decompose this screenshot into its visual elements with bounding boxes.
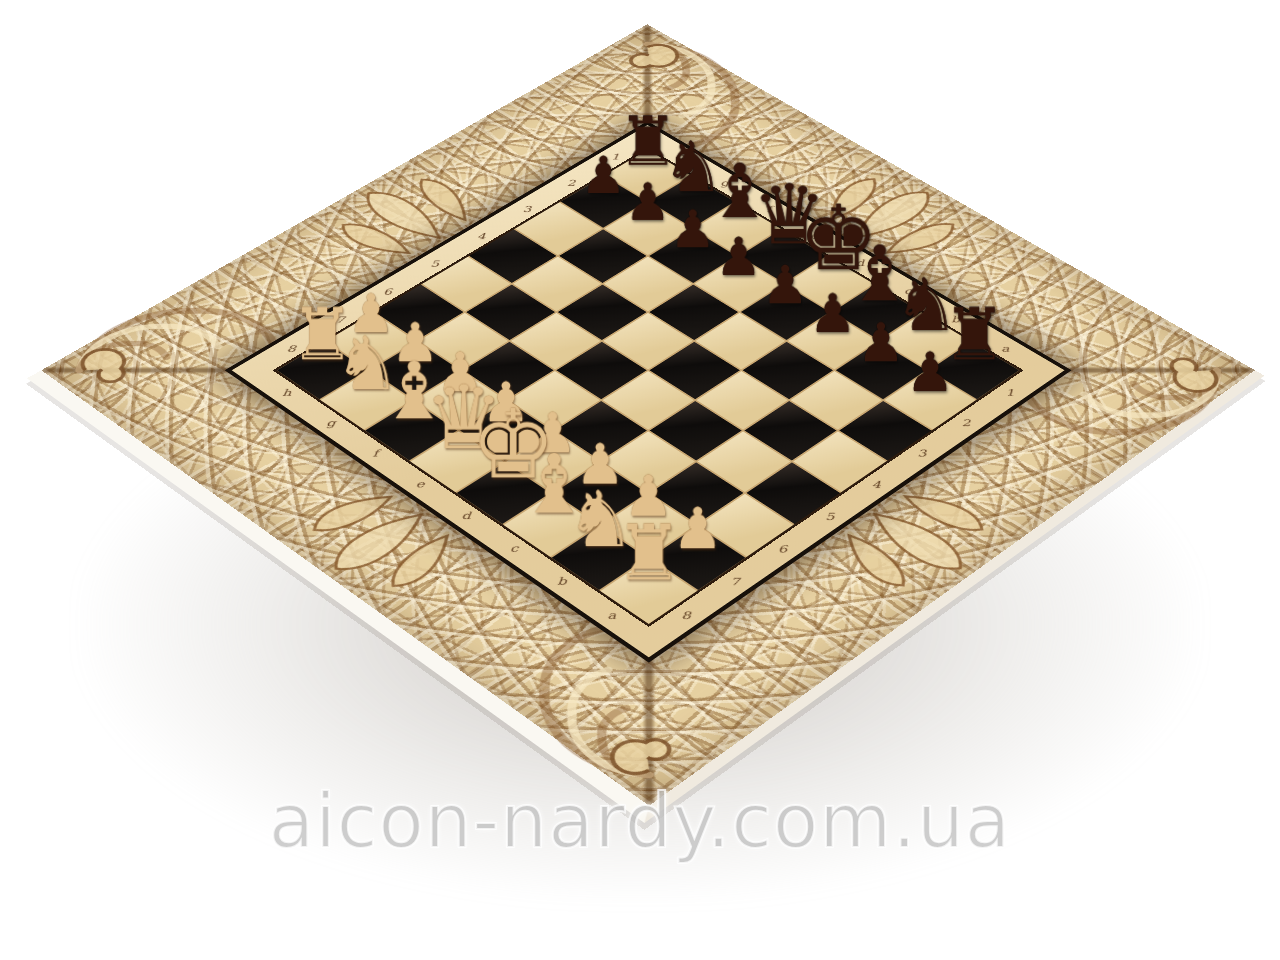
watermark-text: aicon-nardy.com.ua — [0, 778, 1280, 864]
coordinate-label: g — [326, 418, 336, 428]
coordinate-label: 7 — [335, 315, 345, 325]
coordinate-label: e — [809, 231, 817, 240]
coordinate-label: f — [372, 448, 378, 459]
coordinate-label: 1 — [611, 152, 619, 161]
carved-spiral-icon — [442, 524, 856, 810]
coordinate-label: 6 — [383, 286, 392, 296]
coordinate-label: c — [903, 286, 911, 296]
coordinate-label: 8 — [681, 609, 691, 621]
coordinate-label: 4 — [477, 231, 486, 240]
square-f6 — [463, 342, 553, 399]
coordinate-label: 3 — [916, 448, 926, 459]
coordinate-label: a — [1000, 343, 1009, 353]
coordinate-label: h — [676, 152, 685, 161]
coordinate-label: 8 — [286, 343, 296, 353]
coordinate-label: 2 — [567, 178, 576, 187]
square-c2: ♟ — [788, 313, 878, 369]
coordinate-label: g — [721, 179, 730, 188]
square-e6 — [509, 371, 600, 429]
coordinate-label: 5 — [825, 511, 835, 522]
coordinate-label: b — [557, 576, 567, 587]
coordinate-label: d — [462, 510, 472, 521]
coordinate-label: e — [415, 478, 424, 489]
square-b6 — [650, 462, 744, 524]
coordinate-label: b — [951, 314, 961, 324]
page-root: hgfedcba hgfedcba 12345678 12345678 ♜♞♝♛… — [0, 0, 1280, 960]
square-b3 — [791, 371, 882, 429]
piece-wP: ♟ — [474, 376, 539, 431]
coordinate-label: 3 — [522, 204, 531, 213]
carved-frame: hgfedcba hgfedcba 12345678 12345678 ♜♞♝♛… — [41, 24, 1255, 805]
square-c4 — [697, 371, 788, 429]
coordinate-label: f — [766, 204, 771, 213]
coordinate-label: d — [856, 258, 865, 268]
coordinate-label: 6 — [778, 543, 788, 554]
coordinate-label: c — [510, 543, 519, 554]
square-b2: ♟ — [836, 342, 926, 399]
coordinate-label: 5 — [430, 259, 439, 269]
coordinate-label: 4 — [871, 479, 881, 490]
chess-board: hgfedcba hgfedcba 12345678 12345678 ♜♞♝♛… — [27, 24, 1264, 823]
